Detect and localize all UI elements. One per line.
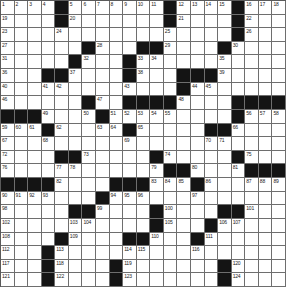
cell-r19c11[interactable]: 115 <box>137 246 151 260</box>
cell-r3c6[interactable] <box>69 28 83 42</box>
cell-r4c19[interactable] <box>245 42 259 56</box>
cell-r15c20[interactable] <box>259 192 273 206</box>
cell-r19c15[interactable]: 116 <box>191 246 205 260</box>
cell-r16c1[interactable]: 98 <box>1 205 15 219</box>
cell-r19c19[interactable] <box>245 246 259 260</box>
cell-r19c8[interactable] <box>96 246 110 260</box>
cell-r7c5[interactable]: 42 <box>55 83 69 97</box>
cell-r3c12[interactable] <box>150 28 164 42</box>
cell-r8c1[interactable]: 46 <box>1 96 15 110</box>
cell-r9c10[interactable]: 52 <box>123 110 137 124</box>
cell-r3c5[interactable]: 24 <box>55 28 69 42</box>
cell-r4c3[interactable] <box>28 42 42 56</box>
cell-r5c1[interactable]: 31 <box>1 55 15 69</box>
cell-r11c7[interactable] <box>82 137 96 151</box>
cell-r21c15[interactable] <box>191 273 205 287</box>
cell-r11c13[interactable] <box>164 137 178 151</box>
cell-r15c17[interactable] <box>218 192 232 206</box>
cell-r19c13[interactable] <box>164 246 178 260</box>
cell-r20c1[interactable]: 117 <box>1 260 15 274</box>
cell-r16c10[interactable] <box>123 205 137 219</box>
cell-r6c8[interactable] <box>96 69 110 83</box>
cell-r3c3[interactable] <box>28 28 42 42</box>
cell-r9c15[interactable] <box>191 110 205 124</box>
cell-r5c21[interactable] <box>272 55 286 69</box>
cell-r21c10[interactable]: 123 <box>123 273 137 287</box>
cell-r16c16[interactable] <box>205 205 219 219</box>
cell-r1c17[interactable]: 15 <box>218 1 232 15</box>
cell-r13c18[interactable]: 81 <box>232 164 246 178</box>
cell-r9c16[interactable] <box>205 110 219 124</box>
cell-r12c4[interactable] <box>42 151 56 165</box>
cell-r16c3[interactable] <box>28 205 42 219</box>
cell-r3c1[interactable]: 23 <box>1 28 15 42</box>
cell-r2c2[interactable] <box>15 15 29 29</box>
cell-r14c7[interactable] <box>82 178 96 192</box>
cell-r21c7[interactable] <box>82 273 96 287</box>
cell-r9c6[interactable] <box>69 110 83 124</box>
cell-r19c18[interactable] <box>232 246 246 260</box>
cell-r7c2[interactable] <box>15 83 29 97</box>
cell-r5c14[interactable] <box>177 55 191 69</box>
cell-r5c20[interactable] <box>259 55 273 69</box>
cell-r17c6[interactable]: 103 <box>69 219 83 233</box>
cell-r17c14[interactable] <box>177 219 191 233</box>
cell-r13c17[interactable] <box>218 164 232 178</box>
cell-r1c1[interactable]: 1 <box>1 1 15 15</box>
cell-r8c2[interactable] <box>15 96 29 110</box>
cell-r18c21[interactable] <box>272 233 286 247</box>
cell-r18c2[interactable] <box>15 233 29 247</box>
cell-r14c21[interactable]: 89 <box>272 178 286 192</box>
cell-r1c15[interactable]: 13 <box>191 1 205 15</box>
cell-r6c6[interactable]: 37 <box>69 69 83 83</box>
cell-r2c11[interactable] <box>137 15 151 29</box>
cell-r10c3[interactable]: 61 <box>28 124 42 138</box>
cell-r11c17[interactable]: 71 <box>218 137 232 151</box>
cell-r5c5[interactable] <box>55 55 69 69</box>
cell-r9c4[interactable]: 49 <box>42 110 56 124</box>
cell-r7c1[interactable]: 40 <box>1 83 15 97</box>
cell-r3c11[interactable] <box>137 28 151 42</box>
cell-r19c21[interactable] <box>272 246 286 260</box>
cell-r17c5[interactable] <box>55 219 69 233</box>
cell-r7c7[interactable] <box>82 83 96 97</box>
cell-r12c16[interactable] <box>205 151 219 165</box>
cell-r16c15[interactable] <box>191 205 205 219</box>
cell-r11c21[interactable] <box>272 137 286 151</box>
cell-r18c8[interactable] <box>96 233 110 247</box>
cell-r2c10[interactable] <box>123 15 137 29</box>
cell-r15c18[interactable] <box>232 192 246 206</box>
cell-r9c20[interactable]: 57 <box>259 110 273 124</box>
cell-r4c20[interactable] <box>259 42 273 56</box>
cell-r8c16[interactable] <box>205 96 219 110</box>
cell-r16c9[interactable] <box>110 205 124 219</box>
cell-r20c16[interactable] <box>205 260 219 274</box>
cell-r17c10[interactable] <box>123 219 137 233</box>
cell-r20c13[interactable] <box>164 260 178 274</box>
cell-r1c16[interactable]: 14 <box>205 1 219 15</box>
cell-r19c20[interactable] <box>259 246 273 260</box>
cell-r4c4[interactable] <box>42 42 56 56</box>
cell-r18c9[interactable] <box>110 233 124 247</box>
cell-r14c20[interactable]: 88 <box>259 178 273 192</box>
cell-r3c16[interactable] <box>205 28 219 42</box>
cell-r5c11[interactable]: 33 <box>137 55 151 69</box>
cell-r12c2[interactable] <box>15 151 29 165</box>
cell-r4c5[interactable] <box>55 42 69 56</box>
cell-r7c19[interactable] <box>245 83 259 97</box>
cell-r18c13[interactable] <box>164 233 178 247</box>
cell-r2c19[interactable]: 22 <box>245 15 259 29</box>
cell-r12c13[interactable]: 74 <box>164 151 178 165</box>
cell-r1c21[interactable]: 18 <box>272 1 286 15</box>
cell-r10c11[interactable]: 65 <box>137 124 151 138</box>
cell-r20c5[interactable]: 118 <box>55 260 69 274</box>
cell-r21c13[interactable] <box>164 273 178 287</box>
cell-r1c14[interactable]: 12 <box>177 1 191 15</box>
cell-r1c8[interactable]: 7 <box>96 1 110 15</box>
cell-r21c8[interactable] <box>96 273 110 287</box>
cell-r4c1[interactable]: 27 <box>1 42 15 56</box>
cell-r21c14[interactable] <box>177 273 191 287</box>
cell-r7c9[interactable] <box>110 83 124 97</box>
cell-r20c20[interactable] <box>259 260 273 274</box>
cell-r21c3[interactable] <box>28 273 42 287</box>
cell-r20c11[interactable] <box>137 260 151 274</box>
cell-r21c16[interactable] <box>205 273 219 287</box>
cell-r6c1[interactable]: 36 <box>1 69 15 83</box>
cell-r2c20[interactable] <box>259 15 273 29</box>
cell-r7c18[interactable] <box>232 83 246 97</box>
cell-r11c19[interactable] <box>245 137 259 151</box>
cell-r11c5[interactable] <box>55 137 69 151</box>
cell-r1c12[interactable]: 11 <box>150 1 164 15</box>
cell-r2c1[interactable]: 19 <box>1 15 15 29</box>
cell-r4c6[interactable] <box>69 42 83 56</box>
cell-r11c4[interactable]: 68 <box>42 137 56 151</box>
cell-r7c4[interactable]: 41 <box>42 83 56 97</box>
cell-r10c2[interactable]: 60 <box>15 124 29 138</box>
cell-r19c16[interactable] <box>205 246 219 260</box>
cell-r15c16[interactable] <box>205 192 219 206</box>
cell-r1c19[interactable]: 16 <box>245 1 259 15</box>
cell-r18c4[interactable] <box>42 233 56 247</box>
cell-r1c6[interactable]: 5 <box>69 1 83 15</box>
cell-r11c11[interactable] <box>137 137 151 151</box>
cell-r10c5[interactable]: 62 <box>55 124 69 138</box>
cell-r3c20[interactable] <box>259 28 273 42</box>
cell-r18c19[interactable] <box>245 233 259 247</box>
cell-r10c6[interactable] <box>69 124 83 138</box>
cell-r12c20[interactable] <box>259 151 273 165</box>
cell-r1c7[interactable]: 6 <box>82 1 96 15</box>
cell-r14c12[interactable]: 83 <box>150 178 164 192</box>
cell-r16c11[interactable] <box>137 205 151 219</box>
cell-r10c9[interactable]: 64 <box>110 124 124 138</box>
cell-r4c21[interactable] <box>272 42 286 56</box>
cell-r17c17[interactable]: 106 <box>218 219 232 233</box>
cell-r16c20[interactable] <box>259 205 273 219</box>
cell-r11c14[interactable] <box>177 137 191 151</box>
cell-r21c19[interactable] <box>245 273 259 287</box>
cell-r2c15[interactable] <box>191 15 205 29</box>
cell-r7c13[interactable] <box>164 83 178 97</box>
cell-r5c7[interactable]: 32 <box>82 55 96 69</box>
cell-r20c3[interactable] <box>28 260 42 274</box>
cell-r17c11[interactable] <box>137 219 151 233</box>
cell-r2c9[interactable] <box>110 15 124 29</box>
cell-r11c18[interactable] <box>232 137 246 151</box>
cell-r15c3[interactable]: 92 <box>28 192 42 206</box>
cell-r12c21[interactable] <box>272 151 286 165</box>
cell-r17c4[interactable] <box>42 219 56 233</box>
cell-r13c16[interactable] <box>205 164 219 178</box>
cell-r5c15[interactable] <box>191 55 205 69</box>
cell-r2c6[interactable]: 20 <box>69 15 83 29</box>
cell-r19c17[interactable] <box>218 246 232 260</box>
cell-r18c16[interactable]: 111 <box>205 233 219 247</box>
cell-r16c5[interactable] <box>55 205 69 219</box>
cell-r10c14[interactable] <box>177 124 191 138</box>
cell-r17c18[interactable]: 107 <box>232 219 246 233</box>
cell-r19c10[interactable]: 114 <box>123 246 137 260</box>
cell-r19c9[interactable] <box>110 246 124 260</box>
cell-r14c16[interactable]: 86 <box>205 178 219 192</box>
cell-r2c7[interactable] <box>82 15 96 29</box>
cell-r19c5[interactable]: 113 <box>55 246 69 260</box>
cell-r6c11[interactable]: 38 <box>137 69 151 83</box>
cell-r15c6[interactable] <box>69 192 83 206</box>
cell-r18c7[interactable] <box>82 233 96 247</box>
cell-r6c21[interactable] <box>272 69 286 83</box>
cell-r13c10[interactable] <box>123 164 137 178</box>
cell-r15c11[interactable]: 96 <box>137 192 151 206</box>
cell-r12c8[interactable] <box>96 151 110 165</box>
cell-r14c19[interactable]: 87 <box>245 178 259 192</box>
cell-r17c1[interactable]: 102 <box>1 219 15 233</box>
cell-r7c20[interactable] <box>259 83 273 97</box>
cell-r18c17[interactable] <box>218 233 232 247</box>
cell-r15c19[interactable] <box>245 192 259 206</box>
cell-r6c20[interactable] <box>259 69 273 83</box>
cell-r19c3[interactable] <box>28 246 42 260</box>
cell-r7c11[interactable] <box>137 83 151 97</box>
cell-r7c17[interactable] <box>218 83 232 97</box>
cell-r15c5[interactable] <box>55 192 69 206</box>
cell-r12c15[interactable] <box>191 151 205 165</box>
cell-r2c14[interactable]: 21 <box>177 15 191 29</box>
cell-r10c7[interactable] <box>82 124 96 138</box>
cell-r9c17[interactable] <box>218 110 232 124</box>
cell-r9c13[interactable]: 55 <box>164 110 178 124</box>
cell-r6c18[interactable] <box>232 69 246 83</box>
cell-r9c12[interactable]: 54 <box>150 110 164 124</box>
cell-r6c7[interactable] <box>82 69 96 83</box>
cell-r15c2[interactable]: 91 <box>15 192 29 206</box>
cell-r2c12[interactable] <box>150 15 164 29</box>
cell-r21c21[interactable] <box>272 273 286 287</box>
cell-r8c8[interactable]: 47 <box>96 96 110 110</box>
cell-r20c8[interactable] <box>96 260 110 274</box>
cell-r5c2[interactable] <box>15 55 29 69</box>
cell-r5c16[interactable] <box>205 55 219 69</box>
cell-r13c12[interactable]: 79 <box>150 164 164 178</box>
cell-r1c11[interactable]: 10 <box>137 1 151 15</box>
cell-r2c17[interactable] <box>218 15 232 29</box>
cell-r5c8[interactable] <box>96 55 110 69</box>
cell-r10c15[interactable] <box>191 124 205 138</box>
cell-r2c8[interactable] <box>96 15 110 29</box>
cell-r2c4[interactable] <box>42 15 56 29</box>
cell-r20c2[interactable] <box>15 260 29 274</box>
cell-r4c16[interactable] <box>205 42 219 56</box>
cell-r21c18[interactable]: 124 <box>232 273 246 287</box>
cell-r5c17[interactable]: 35 <box>218 55 232 69</box>
cell-r3c7[interactable] <box>82 28 96 42</box>
cell-r3c4[interactable] <box>42 28 56 42</box>
cell-r6c9[interactable] <box>110 69 124 83</box>
cell-r18c3[interactable] <box>28 233 42 247</box>
cell-r14c18[interactable] <box>232 178 246 192</box>
cell-r8c15[interactable] <box>191 96 205 110</box>
cell-r11c3[interactable] <box>28 137 42 151</box>
cell-r5c12[interactable]: 34 <box>150 55 164 69</box>
cell-r20c15[interactable] <box>191 260 205 274</box>
cell-r15c10[interactable]: 95 <box>123 192 137 206</box>
cell-r4c14[interactable] <box>177 42 191 56</box>
cell-r9c19[interactable]: 56 <box>245 110 259 124</box>
cell-r11c15[interactable] <box>191 137 205 151</box>
cell-r16c4[interactable] <box>42 205 56 219</box>
cell-r21c5[interactable]: 122 <box>55 273 69 287</box>
cell-r6c19[interactable] <box>245 69 259 83</box>
cell-r10c20[interactable] <box>259 124 273 138</box>
cell-r13c11[interactable] <box>137 164 151 178</box>
cell-r11c12[interactable] <box>150 137 164 151</box>
cell-r21c2[interactable] <box>15 273 29 287</box>
cell-r12c14[interactable] <box>177 151 191 165</box>
cell-r20c14[interactable] <box>177 260 191 274</box>
cell-r1c3[interactable]: 3 <box>28 1 42 15</box>
cell-r14c6[interactable] <box>69 178 83 192</box>
cell-r12c17[interactable] <box>218 151 232 165</box>
cell-r12c1[interactable]: 72 <box>1 151 15 165</box>
cell-r17c13[interactable]: 105 <box>164 219 178 233</box>
cell-r20c6[interactable] <box>69 260 83 274</box>
cell-r13c9[interactable] <box>110 164 124 178</box>
cell-r15c21[interactable] <box>272 192 286 206</box>
cell-r14c5[interactable]: 82 <box>55 178 69 192</box>
cell-r3c14[interactable] <box>177 28 191 42</box>
cell-r17c3[interactable] <box>28 219 42 233</box>
cell-r13c4[interactable] <box>42 164 56 178</box>
cell-r3c10[interactable] <box>123 28 137 42</box>
cell-r11c1[interactable]: 67 <box>1 137 15 151</box>
cell-r9c14[interactable] <box>177 110 191 124</box>
cell-r17c9[interactable] <box>110 219 124 233</box>
cell-r8c14[interactable]: 48 <box>177 96 191 110</box>
cell-r15c15[interactable]: 97 <box>191 192 205 206</box>
cell-r15c4[interactable]: 93 <box>42 192 56 206</box>
cell-r17c20[interactable] <box>259 219 273 233</box>
cell-r9c5[interactable] <box>55 110 69 124</box>
cell-r6c12[interactable] <box>150 69 164 83</box>
cell-r7c21[interactable] <box>272 83 286 97</box>
cell-r10c1[interactable]: 59 <box>1 124 15 138</box>
cell-r12c9[interactable] <box>110 151 124 165</box>
cell-r21c20[interactable] <box>259 273 273 287</box>
cell-r4c15[interactable] <box>191 42 205 56</box>
cell-r13c1[interactable]: 76 <box>1 164 15 178</box>
cell-r17c19[interactable] <box>245 219 259 233</box>
cell-r18c6[interactable]: 109 <box>69 233 83 247</box>
cell-r3c2[interactable] <box>15 28 29 42</box>
cell-r13c15[interactable]: 80 <box>191 164 205 178</box>
cell-r3c17[interactable] <box>218 28 232 42</box>
cell-r13c8[interactable] <box>96 164 110 178</box>
cell-r13c3[interactable] <box>28 164 42 178</box>
cell-r18c14[interactable] <box>177 233 191 247</box>
cell-r7c15[interactable]: 44 <box>191 83 205 97</box>
cell-r5c3[interactable] <box>28 55 42 69</box>
cell-r14c17[interactable] <box>218 178 232 192</box>
cell-r3c15[interactable] <box>191 28 205 42</box>
cell-r11c9[interactable] <box>110 137 124 151</box>
cell-r5c4[interactable] <box>42 55 56 69</box>
cell-r13c7[interactable] <box>82 164 96 178</box>
cell-r18c20[interactable] <box>259 233 273 247</box>
cell-r4c9[interactable] <box>110 42 124 56</box>
cell-r1c10[interactable]: 9 <box>123 1 137 15</box>
cell-r8c5[interactable] <box>55 96 69 110</box>
cell-r17c2[interactable] <box>15 219 29 233</box>
cell-r19c1[interactable]: 112 <box>1 246 15 260</box>
cell-r16c2[interactable] <box>15 205 29 219</box>
cell-r21c11[interactable] <box>137 273 151 287</box>
cell-r14c8[interactable] <box>96 178 110 192</box>
cell-r9c9[interactable]: 51 <box>110 110 124 124</box>
cell-r5c9[interactable] <box>110 55 124 69</box>
cell-r1c4[interactable]: 4 <box>42 1 56 15</box>
cell-r16c21[interactable] <box>272 205 286 219</box>
cell-r13c5[interactable]: 77 <box>55 164 69 178</box>
cell-r3c19[interactable]: 26 <box>245 28 259 42</box>
cell-r20c12[interactable] <box>150 260 164 274</box>
cell-r7c12[interactable] <box>150 83 164 97</box>
cell-r4c13[interactable]: 29 <box>164 42 178 56</box>
cell-r8c9[interactable] <box>110 96 124 110</box>
cell-r19c2[interactable] <box>15 246 29 260</box>
cell-r9c21[interactable]: 58 <box>272 110 286 124</box>
cell-r6c2[interactable] <box>15 69 29 83</box>
cell-r19c14[interactable] <box>177 246 191 260</box>
cell-r3c21[interactable] <box>272 28 286 42</box>
cell-r16c13[interactable]: 100 <box>164 205 178 219</box>
cell-r15c1[interactable]: 90 <box>1 192 15 206</box>
cell-r17c15[interactable] <box>191 219 205 233</box>
cell-r7c3[interactable] <box>28 83 42 97</box>
cell-r21c12[interactable] <box>150 273 164 287</box>
cell-r8c3[interactable] <box>28 96 42 110</box>
cell-r11c20[interactable] <box>259 137 273 151</box>
cell-r18c1[interactable]: 108 <box>1 233 15 247</box>
cell-r4c8[interactable]: 28 <box>96 42 110 56</box>
cell-r2c3[interactable] <box>28 15 42 29</box>
cell-r6c3[interactable] <box>28 69 42 83</box>
cell-r4c2[interactable] <box>15 42 29 56</box>
